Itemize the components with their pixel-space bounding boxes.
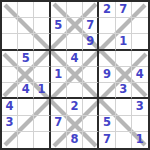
cell-r1c4[interactable] [51, 2, 67, 18]
cell-r1c9[interactable] [132, 2, 148, 18]
cell-r5c7-given[interactable]: 9 [99, 67, 115, 83]
cell-r7c6[interactable] [83, 99, 99, 115]
cell-r7c8[interactable] [116, 99, 132, 115]
cell-r2c4-given[interactable]: 5 [51, 18, 67, 34]
cell-r4c2-given[interactable]: 5 [18, 51, 34, 67]
cell-r7c7[interactable] [99, 99, 115, 115]
cell-r4c8[interactable] [116, 51, 132, 67]
sudoku-board: 27579154194413423375871 [0, 0, 150, 150]
cell-r3c6-given[interactable]: 9 [83, 34, 99, 50]
cell-r6c2-given[interactable]: 4 [18, 83, 34, 99]
cell-r6c7[interactable] [99, 83, 115, 99]
cell-r1c3[interactable] [34, 2, 50, 18]
cell-r6c8-given[interactable]: 3 [116, 83, 132, 99]
cell-r1c5[interactable] [67, 2, 83, 18]
cell-r8c6[interactable] [83, 116, 99, 132]
cell-r7c2[interactable] [18, 99, 34, 115]
cell-r5c3[interactable] [34, 67, 50, 83]
cell-r6c3-given[interactable]: 1 [34, 83, 50, 99]
cell-r3c3[interactable] [34, 34, 50, 50]
cell-r3c5[interactable] [67, 34, 83, 50]
cell-r4c6[interactable] [83, 51, 99, 67]
cell-r9c8[interactable] [116, 132, 132, 148]
cell-r5c6[interactable] [83, 67, 99, 83]
cell-r5c1[interactable] [2, 67, 18, 83]
cell-r8c9[interactable] [132, 116, 148, 132]
cell-r7c5-given[interactable]: 2 [67, 99, 83, 115]
cell-r4c4[interactable] [51, 51, 67, 67]
cell-r3c1[interactable] [2, 34, 18, 50]
cell-r8c5[interactable] [67, 116, 83, 132]
cell-r1c6[interactable] [83, 2, 99, 18]
cell-r3c2[interactable] [18, 34, 34, 50]
cell-r8c4-given[interactable]: 7 [51, 116, 67, 132]
cell-r1c2[interactable] [18, 2, 34, 18]
cell-r1c7-given[interactable]: 2 [99, 2, 115, 18]
cell-r8c7-given[interactable]: 5 [99, 116, 115, 132]
cell-r2c1[interactable] [2, 18, 18, 34]
cell-r5c4-given[interactable]: 1 [51, 67, 67, 83]
cell-r9c4[interactable] [51, 132, 67, 148]
cell-r6c5[interactable] [67, 83, 83, 99]
cell-r2c6-given[interactable]: 7 [83, 18, 99, 34]
cell-r2c5[interactable] [67, 18, 83, 34]
cell-r9c9-given[interactable]: 1 [132, 132, 148, 148]
cell-r3c4[interactable] [51, 34, 67, 50]
cell-r8c1-given[interactable]: 3 [2, 116, 18, 132]
cell-r1c8-given[interactable]: 7 [116, 2, 132, 18]
cell-r6c4[interactable] [51, 83, 67, 99]
cell-r8c2[interactable] [18, 116, 34, 132]
cell-r9c1[interactable] [2, 132, 18, 148]
cell-r2c3[interactable] [34, 18, 50, 34]
cell-r4c1[interactable] [2, 51, 18, 67]
cell-r9c5-given[interactable]: 8 [67, 132, 83, 148]
cell-r7c3[interactable] [34, 99, 50, 115]
cell-r9c6[interactable] [83, 132, 99, 148]
cell-r6c6[interactable] [83, 83, 99, 99]
cell-r3c8-given[interactable]: 1 [116, 34, 132, 50]
cell-r9c3[interactable] [34, 132, 50, 148]
cell-r4c9[interactable] [132, 51, 148, 67]
cell-r7c1-given[interactable]: 4 [2, 99, 18, 115]
cell-r6c9[interactable] [132, 83, 148, 99]
cell-r4c7[interactable] [99, 51, 115, 67]
cell-r2c9[interactable] [132, 18, 148, 34]
cell-r2c8[interactable] [116, 18, 132, 34]
cell-r5c5[interactable] [67, 67, 83, 83]
cell-r3c7[interactable] [99, 34, 115, 50]
cell-r2c2[interactable] [18, 18, 34, 34]
cell-r5c8[interactable] [116, 67, 132, 83]
cell-r9c7-given[interactable]: 7 [99, 132, 115, 148]
cell-r5c2[interactable] [18, 67, 34, 83]
cell-r6c1[interactable] [2, 83, 18, 99]
cell-r9c2[interactable] [18, 132, 34, 148]
cell-r5c9-given[interactable]: 4 [132, 67, 148, 83]
cell-r2c7[interactable] [99, 18, 115, 34]
cell-r8c8[interactable] [116, 116, 132, 132]
cell-r7c9-given[interactable]: 3 [132, 99, 148, 115]
cell-r8c3[interactable] [34, 116, 50, 132]
cell-r4c5-given[interactable]: 4 [67, 51, 83, 67]
cell-r1c1[interactable] [2, 2, 18, 18]
cell-r4c3[interactable] [34, 51, 50, 67]
cell-r3c9[interactable] [132, 34, 148, 50]
cell-r7c4[interactable] [51, 99, 67, 115]
